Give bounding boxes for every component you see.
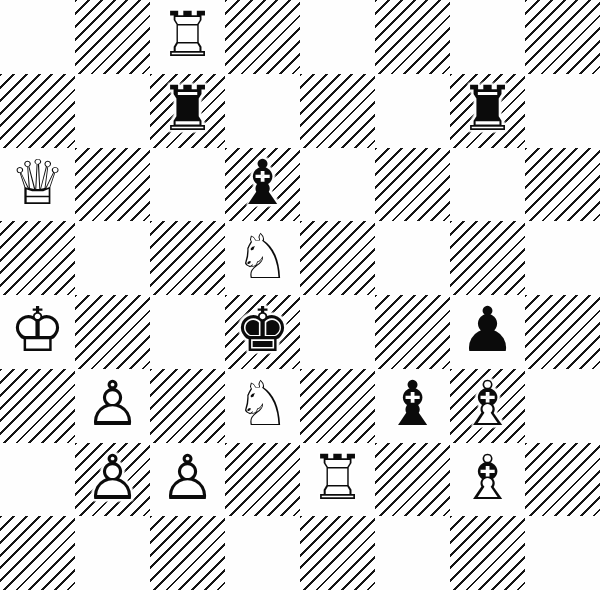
white-knight-icon: ♞♘ [225,369,300,443]
square-a3[interactable] [0,369,75,443]
piece-glyph-layer: ♜ [150,74,225,148]
square-c5[interactable] [150,221,225,295]
square-e6[interactable] [300,148,375,222]
piece-glyph-layer: ♙ [75,369,150,443]
square-g6[interactable] [450,148,525,222]
square-c4[interactable] [150,295,225,369]
square-h2[interactable] [525,443,600,517]
square-a6[interactable]: ♛♕ [0,148,75,222]
square-b6[interactable] [75,148,150,222]
square-e1[interactable] [300,516,375,590]
square-c7[interactable]: ♜♜ [150,74,225,148]
square-b7[interactable] [75,74,150,148]
piece-glyph-layer: ♖ [150,0,225,74]
square-h4[interactable] [525,295,600,369]
piece-glyph-layer: ♘ [225,221,300,295]
black-pawn-icon: ♟♟ [450,295,525,369]
square-h5[interactable] [525,221,600,295]
black-rook-icon: ♜♜ [450,74,525,148]
piece-glyph-layer: ♟ [450,295,525,369]
white-bishop-icon: ♝♗ [450,443,525,517]
square-d3[interactable]: ♞♘ [225,369,300,443]
square-f1[interactable] [375,516,450,590]
square-c6[interactable] [150,148,225,222]
square-b5[interactable] [75,221,150,295]
square-a8[interactable] [0,0,75,74]
square-e4[interactable] [300,295,375,369]
square-b4[interactable] [75,295,150,369]
piece-glyph-layer: ♜ [450,74,525,148]
square-c2[interactable]: ♟♙ [150,443,225,517]
square-f7[interactable] [375,74,450,148]
square-d1[interactable] [225,516,300,590]
white-king-icon: ♚♔ [0,295,75,369]
square-h6[interactable] [525,148,600,222]
piece-glyph-layer: ♗ [450,443,525,517]
square-f3[interactable]: ♝♝ [375,369,450,443]
piece-glyph-layer: ♝ [225,148,300,222]
piece-glyph-layer: ♚ [225,295,300,369]
white-rook-icon: ♜♖ [300,443,375,517]
piece-glyph-layer: ♝ [375,369,450,443]
white-pawn-icon: ♟♙ [75,443,150,517]
chess-board: ♜♖♜♜♜♜♛♕♝♝♞♘♚♔♚♚♟♟♟♙♞♘♝♝♝♗♟♙♟♙♜♖♝♗ [0,0,600,590]
piece-glyph-layer: ♗ [450,369,525,443]
piece-glyph-layer: ♔ [0,295,75,369]
square-e2[interactable]: ♜♖ [300,443,375,517]
square-g4[interactable]: ♟♟ [450,295,525,369]
chess-diagram: ♜♖♜♜♜♜♛♕♝♝♞♘♚♔♚♚♟♟♟♙♞♘♝♝♝♗♟♙♟♙♜♖♝♗ [0,0,600,590]
white-pawn-icon: ♟♙ [75,369,150,443]
square-b2[interactable]: ♟♙ [75,443,150,517]
square-f5[interactable] [375,221,450,295]
square-h8[interactable] [525,0,600,74]
square-a5[interactable] [0,221,75,295]
square-b8[interactable] [75,0,150,74]
piece-glyph-layer: ♙ [75,443,150,517]
square-g8[interactable] [450,0,525,74]
square-g2[interactable]: ♝♗ [450,443,525,517]
square-d7[interactable] [225,74,300,148]
square-e8[interactable] [300,0,375,74]
piece-glyph-layer: ♘ [225,369,300,443]
piece-glyph-layer: ♙ [150,443,225,517]
square-b3[interactable]: ♟♙ [75,369,150,443]
square-c8[interactable]: ♜♖ [150,0,225,74]
square-f8[interactable] [375,0,450,74]
black-king-icon: ♚♚ [225,295,300,369]
square-c3[interactable] [150,369,225,443]
square-d6[interactable]: ♝♝ [225,148,300,222]
square-d8[interactable] [225,0,300,74]
square-h3[interactable] [525,369,600,443]
square-f4[interactable] [375,295,450,369]
square-a1[interactable] [0,516,75,590]
square-g1[interactable] [450,516,525,590]
white-knight-icon: ♞♘ [225,221,300,295]
square-h7[interactable] [525,74,600,148]
square-c1[interactable] [150,516,225,590]
square-d4[interactable]: ♚♚ [225,295,300,369]
square-e3[interactable] [300,369,375,443]
square-d5[interactable]: ♞♘ [225,221,300,295]
white-bishop-icon: ♝♗ [450,369,525,443]
white-queen-icon: ♛♕ [0,148,75,222]
square-f2[interactable] [375,443,450,517]
black-bishop-icon: ♝♝ [375,369,450,443]
piece-glyph-layer: ♖ [300,443,375,517]
square-h1[interactable] [525,516,600,590]
square-e7[interactable] [300,74,375,148]
black-rook-icon: ♜♜ [150,74,225,148]
square-a7[interactable] [0,74,75,148]
square-a4[interactable]: ♚♔ [0,295,75,369]
white-rook-icon: ♜♖ [150,0,225,74]
square-d2[interactable] [225,443,300,517]
square-g7[interactable]: ♜♜ [450,74,525,148]
square-g3[interactable]: ♝♗ [450,369,525,443]
square-e5[interactable] [300,221,375,295]
square-f6[interactable] [375,148,450,222]
square-g5[interactable] [450,221,525,295]
square-a2[interactable] [0,443,75,517]
piece-glyph-layer: ♕ [0,148,75,222]
white-pawn-icon: ♟♙ [150,443,225,517]
square-b1[interactable] [75,516,150,590]
black-bishop-icon: ♝♝ [225,148,300,222]
